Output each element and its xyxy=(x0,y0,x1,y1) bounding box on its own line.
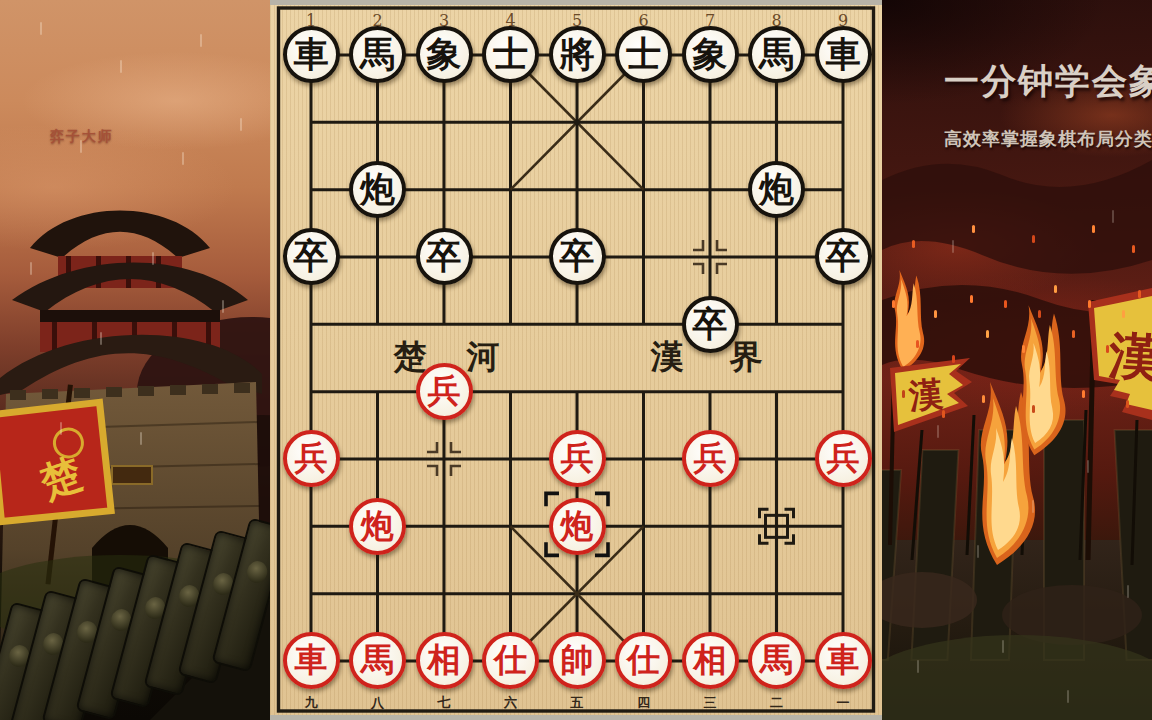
board-point[interactable] xyxy=(743,223,810,290)
board-point[interactable] xyxy=(743,493,810,560)
board-point[interactable] xyxy=(544,156,611,223)
board-point[interactable] xyxy=(278,358,345,425)
board-point[interactable]: 炮 xyxy=(544,493,611,560)
board-point[interactable]: 炮 xyxy=(344,156,411,223)
piece-red-炮[interactable]: 炮 xyxy=(349,498,406,555)
board-point[interactable] xyxy=(810,560,877,627)
board-point[interactable]: 卒 xyxy=(278,223,345,290)
board-point[interactable] xyxy=(411,425,478,492)
board-point[interactable]: 相 xyxy=(411,627,478,694)
board-point[interactable] xyxy=(610,291,677,358)
board-point[interactable] xyxy=(477,425,544,492)
piece-red-炮[interactable]: 炮 xyxy=(549,498,606,555)
board-point[interactable] xyxy=(743,291,810,358)
gate-plaque-icon xyxy=(112,466,152,484)
board-point[interactable] xyxy=(544,89,611,156)
board-point[interactable]: 馬 xyxy=(344,627,411,694)
board-point[interactable] xyxy=(677,493,744,560)
piece-black-卒[interactable]: 卒 xyxy=(283,228,340,285)
file-coordinate-bottom: 九 xyxy=(305,694,318,712)
video-frame: 楚 弈子大师 123456789九八七六五四三二一楚河漢界 車馬象士將士象馬車炮… xyxy=(0,0,1152,720)
board-point[interactable]: 兵 xyxy=(810,425,877,492)
board-point[interactable] xyxy=(411,560,478,627)
board-point[interactable] xyxy=(411,156,478,223)
board-point[interactable]: 士 xyxy=(610,21,677,88)
board-point[interactable] xyxy=(411,493,478,560)
board-point[interactable] xyxy=(610,89,677,156)
board-point[interactable] xyxy=(677,358,744,425)
board-point[interactable] xyxy=(610,493,677,560)
board-point[interactable] xyxy=(544,291,611,358)
board-point[interactable] xyxy=(677,560,744,627)
piece-black-馬[interactable]: 馬 xyxy=(748,26,805,83)
board-point[interactable] xyxy=(344,291,411,358)
piece-black-馬[interactable]: 馬 xyxy=(349,26,406,83)
board-point[interactable]: 炮 xyxy=(743,156,810,223)
piece-red-相[interactable]: 相 xyxy=(682,632,739,689)
board-point[interactable] xyxy=(610,560,677,627)
piece-black-卒[interactable]: 卒 xyxy=(682,296,739,353)
board-point[interactable] xyxy=(677,223,744,290)
board-point[interactable] xyxy=(477,156,544,223)
piece-black-將[interactable]: 將 xyxy=(549,26,606,83)
file-coordinate-bottom: 五 xyxy=(571,694,584,712)
piece-red-兵[interactable]: 兵 xyxy=(682,430,739,487)
board-point[interactable]: 車 xyxy=(810,627,877,694)
board-point[interactable]: 兵 xyxy=(411,358,478,425)
board-point[interactable] xyxy=(743,358,810,425)
board-point[interactable] xyxy=(810,89,877,156)
piece-red-兵[interactable]: 兵 xyxy=(283,430,340,487)
board-point[interactable] xyxy=(743,89,810,156)
board-point[interactable] xyxy=(610,358,677,425)
board-point[interactable] xyxy=(477,493,544,560)
video-title: 一分钟学会象棋布局 xyxy=(944,58,1152,105)
piece-red-相[interactable]: 相 xyxy=(416,632,473,689)
piece-black-卒[interactable]: 卒 xyxy=(815,228,872,285)
han-flag-char: 漢 xyxy=(906,373,944,416)
piece-black-卒[interactable]: 卒 xyxy=(549,228,606,285)
file-coordinate-bottom: 一 xyxy=(837,694,850,712)
board-point[interactable] xyxy=(344,223,411,290)
file-coordinate-bottom: 三 xyxy=(704,694,717,712)
file-coordinate-bottom: 二 xyxy=(770,694,783,712)
board-point[interactable] xyxy=(544,560,611,627)
board-point[interactable] xyxy=(278,156,345,223)
board-point[interactable]: 車 xyxy=(278,21,345,88)
board-point[interactable] xyxy=(278,89,345,156)
piece-black-炮[interactable]: 炮 xyxy=(349,161,406,218)
piece-black-卒[interactable]: 卒 xyxy=(416,228,473,285)
board-point[interactable] xyxy=(344,89,411,156)
board-point[interactable] xyxy=(278,291,345,358)
board-point[interactable] xyxy=(477,358,544,425)
piece-red-仕[interactable]: 仕 xyxy=(615,632,672,689)
board-point[interactable]: 卒 xyxy=(810,223,877,290)
board-point[interactable] xyxy=(610,156,677,223)
board-point[interactable] xyxy=(477,560,544,627)
board-point[interactable]: 帥 xyxy=(544,627,611,694)
board-point[interactable]: 仕 xyxy=(610,627,677,694)
piece-red-兵[interactable]: 兵 xyxy=(815,430,872,487)
board-point[interactable] xyxy=(677,89,744,156)
piece-red-車[interactable]: 車 xyxy=(283,632,340,689)
board-point[interactable]: 車 xyxy=(810,21,877,88)
board-point[interactable]: 兵 xyxy=(544,425,611,492)
board-point[interactable]: 馬 xyxy=(743,21,810,88)
board-point[interactable] xyxy=(544,358,611,425)
file-coordinate-bottom: 四 xyxy=(637,694,650,712)
board-point[interactable] xyxy=(477,89,544,156)
board-point[interactable]: 馬 xyxy=(743,627,810,694)
board-point[interactable]: 相 xyxy=(677,627,744,694)
board-point[interactable]: 卒 xyxy=(544,223,611,290)
piece-red-車[interactable]: 車 xyxy=(815,632,872,689)
board-point[interactable] xyxy=(477,223,544,290)
piece-red-兵[interactable]: 兵 xyxy=(549,430,606,487)
board-point[interactable] xyxy=(810,358,877,425)
board-point[interactable] xyxy=(810,291,877,358)
board-point[interactable]: 車 xyxy=(278,627,345,694)
board-point[interactable] xyxy=(610,425,677,492)
piece-red-馬[interactable]: 馬 xyxy=(748,632,805,689)
piece-black-士[interactable]: 士 xyxy=(482,26,539,83)
right-art-panel: 漢 漢 一分钟学会象棋布局 高效率掌握象棋布局分类与底层逻辑 xyxy=(882,0,1152,720)
piece-red-馬[interactable]: 馬 xyxy=(349,632,406,689)
board-point[interactable] xyxy=(743,560,810,627)
battlefield-art: 漢 漢 xyxy=(882,0,1152,720)
board-point[interactable] xyxy=(278,560,345,627)
board-point[interactable]: 仕 xyxy=(477,627,544,694)
board-point[interactable] xyxy=(344,425,411,492)
piece-red-仕[interactable]: 仕 xyxy=(482,632,539,689)
board-point[interactable]: 卒 xyxy=(411,223,478,290)
board-point[interactable]: 馬 xyxy=(344,21,411,88)
board-point[interactable]: 象 xyxy=(411,21,478,88)
piece-red-帥[interactable]: 帥 xyxy=(549,632,606,689)
board-point[interactable] xyxy=(810,156,877,223)
board-point[interactable] xyxy=(610,223,677,290)
rain-streaks xyxy=(882,0,884,13)
piece-black-車[interactable]: 車 xyxy=(283,26,340,83)
board-point[interactable] xyxy=(477,291,544,358)
watermark-text: 弈子大师 xyxy=(50,128,114,146)
han-flag-char: 漢 xyxy=(1106,325,1152,387)
file-coordinate-bottom: 六 xyxy=(504,694,517,712)
board-point[interactable]: 象 xyxy=(677,21,744,88)
board-point[interactable] xyxy=(278,493,345,560)
board-point[interactable] xyxy=(411,291,478,358)
left-art-panel: 楚 弈子大师 xyxy=(0,0,270,720)
rain-streaks xyxy=(0,0,2,13)
video-subtitle: 高效率掌握象棋布局分类与底层逻辑 xyxy=(944,127,1152,151)
board-point[interactable]: 士 xyxy=(477,21,544,88)
board-point[interactable]: 兵 xyxy=(677,425,744,492)
board-point[interactable] xyxy=(411,89,478,156)
board-point[interactable] xyxy=(810,493,877,560)
piece-black-車[interactable]: 車 xyxy=(815,26,872,83)
piece-black-炮[interactable]: 炮 xyxy=(748,161,805,218)
file-coordinate-bottom: 七 xyxy=(438,694,451,712)
board-point[interactable]: 兵 xyxy=(278,425,345,492)
piece-red-兵[interactable]: 兵 xyxy=(416,363,473,420)
piece-black-士[interactable]: 士 xyxy=(615,26,672,83)
board-point[interactable]: 卒 xyxy=(677,291,744,358)
tower-roof-top-icon xyxy=(30,211,210,259)
board-point[interactable] xyxy=(743,425,810,492)
board-point[interactable]: 將 xyxy=(544,21,611,88)
xiangqi-board: 123456789九八七六五四三二一楚河漢界 車馬象士將士象馬車炮炮卒卒卒卒卒兵… xyxy=(270,0,882,720)
board-point[interactable] xyxy=(344,560,411,627)
board-point[interactable] xyxy=(344,358,411,425)
board-point[interactable]: 炮 xyxy=(344,493,411,560)
piece-black-象[interactable]: 象 xyxy=(682,26,739,83)
board-point[interactable] xyxy=(677,156,744,223)
file-coordinate-bottom: 八 xyxy=(371,694,384,712)
piece-black-象[interactable]: 象 xyxy=(416,26,473,83)
board-grid: 車馬象士將士象馬車炮炮卒卒卒卒卒兵兵兵兵兵炮炮車馬相仕帥仕相馬車 xyxy=(278,21,877,694)
